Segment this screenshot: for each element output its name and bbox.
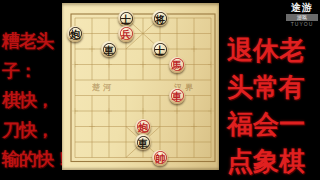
logo-latin-text: TUYOU <box>286 22 318 27</box>
thumbnail-stage: 糟老头 子： 棋快， 刀快， 输的快！ 楚河 汉界 士将炮兵車士馬車炮車帥 退休… <box>0 0 320 180</box>
left-caption-line: 输的快！ <box>2 145 62 175</box>
xiangqi-board[interactable]: 楚河 汉界 士将炮兵車士馬車炮車帥 <box>62 3 219 170</box>
piece-black-chariot[interactable]: 車 <box>135 134 151 150</box>
right-caption-line: 退休老 <box>227 32 319 69</box>
piece-black-advisor[interactable]: 士 <box>152 41 168 57</box>
piece-black-chariot[interactable]: 車 <box>101 41 117 57</box>
left-caption: 糟老头 子： 棋快， 刀快， 输的快！ <box>2 27 62 175</box>
piece-red-chariot[interactable]: 車 <box>169 88 185 104</box>
piece-red-horse[interactable]: 馬 <box>169 57 185 73</box>
right-caption-line: 福会一 <box>227 106 319 143</box>
red-horse-glyph: 馬 <box>171 58 184 71</box>
river-label-left: 楚河 <box>92 82 114 93</box>
piece-red-cannon[interactable]: 炮 <box>135 119 151 135</box>
piece-black-advisor[interactable]: 士 <box>118 10 134 26</box>
left-caption-line: 糟老头 <box>2 27 62 57</box>
right-caption-line: 点象棋 <box>227 143 319 180</box>
left-caption-line: 子： <box>2 57 62 87</box>
red-chariot-glyph: 車 <box>171 89 184 102</box>
watermark-logo: 途游 游戏 TUYOU <box>286 3 318 27</box>
logo-sub-text: 游戏 <box>286 14 318 21</box>
right-caption-line: 头常有 <box>227 69 319 106</box>
logo-main-text: 途游 <box>286 3 318 13</box>
piece-red-soldier[interactable]: 兵 <box>118 26 134 42</box>
left-caption-line: 棋快， <box>2 86 62 116</box>
black-chariot-glyph: 車 <box>137 136 150 149</box>
piece-black-general[interactable]: 将 <box>152 10 168 26</box>
black-advisor-glyph: 士 <box>120 12 133 25</box>
black-general-glyph: 将 <box>154 12 167 25</box>
black-cannon-glyph: 炮 <box>69 27 82 40</box>
black-chariot-glyph: 車 <box>103 43 116 56</box>
piece-red-general[interactable]: 帥 <box>152 150 168 166</box>
red-soldier-glyph: 兵 <box>120 27 133 40</box>
left-caption-line: 刀快， <box>2 116 62 146</box>
piece-black-cannon[interactable]: 炮 <box>67 26 83 42</box>
right-caption: 退休老 头常有 福会一 点象棋 <box>227 32 319 180</box>
black-advisor-glyph: 士 <box>154 43 167 56</box>
red-cannon-glyph: 炮 <box>137 120 150 133</box>
red-general-glyph: 帥 <box>154 151 167 164</box>
